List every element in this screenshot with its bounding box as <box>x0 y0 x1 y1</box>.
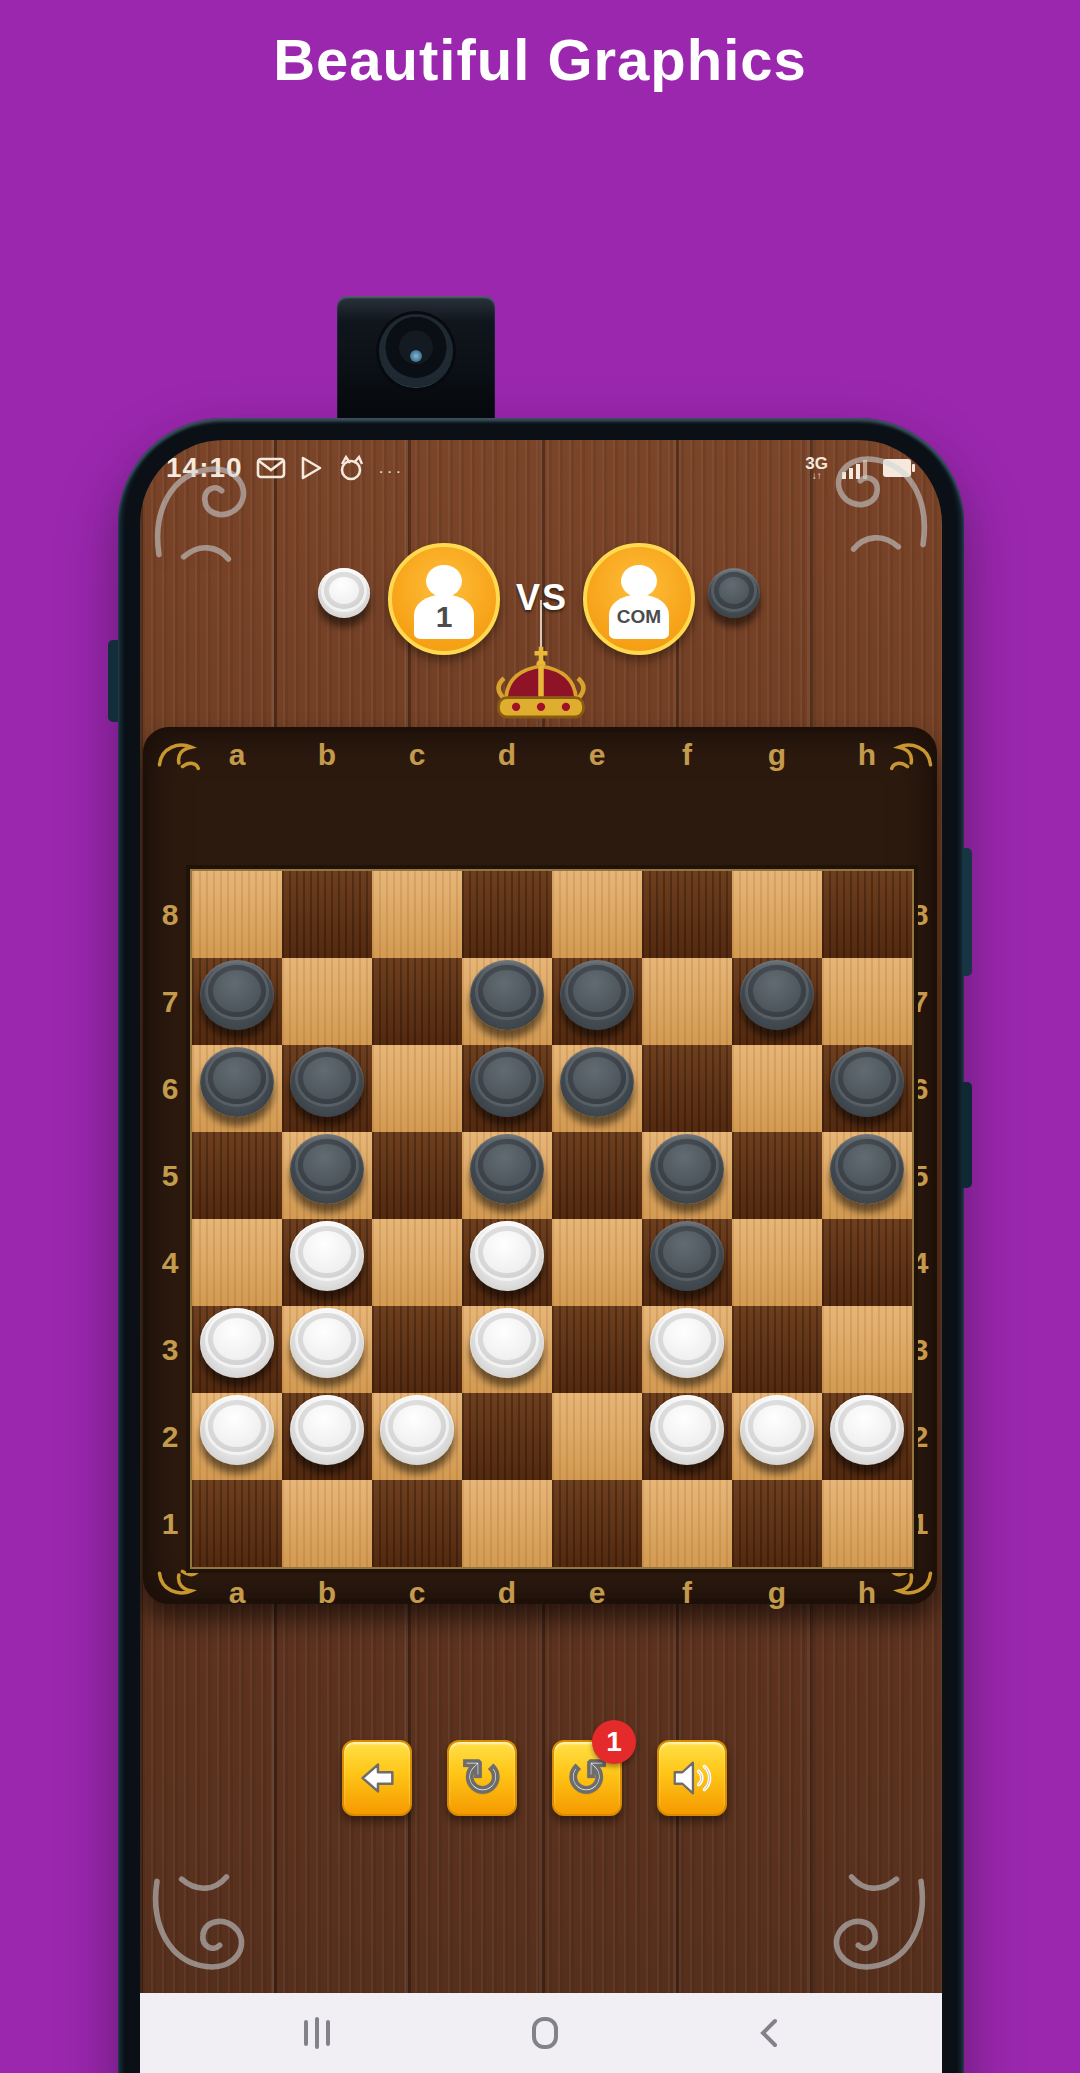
checker-black[interactable] <box>200 1047 274 1117</box>
square-f5[interactable] <box>642 1132 732 1219</box>
square-a1[interactable] <box>192 1480 282 1567</box>
rank-label-8: 8 <box>154 871 186 958</box>
square-c3[interactable] <box>372 1306 462 1393</box>
checker-white[interactable] <box>830 1395 904 1465</box>
square-d3[interactable] <box>462 1306 552 1393</box>
undo-button[interactable]: ↺ 1 <box>552 1740 622 1816</box>
square-g4[interactable] <box>732 1219 822 1306</box>
vs-label: VS <box>512 577 572 619</box>
person-icon <box>621 565 656 597</box>
filigree-ornament-top-right <box>820 446 932 558</box>
square-b3[interactable] <box>282 1306 372 1393</box>
checker-white[interactable] <box>650 1395 724 1465</box>
checker-white[interactable] <box>650 1308 724 1378</box>
square-c6[interactable] <box>372 1045 462 1132</box>
square-b5[interactable] <box>282 1132 372 1219</box>
notification-dots: ... <box>379 458 405 478</box>
checker-black[interactable] <box>740 960 814 1030</box>
square-h5[interactable] <box>822 1132 912 1219</box>
board-grid <box>192 871 912 1567</box>
checker-white[interactable] <box>200 1395 274 1465</box>
square-e7[interactable] <box>552 958 642 1045</box>
checker-black[interactable] <box>830 1047 904 1117</box>
checker-black[interactable] <box>290 1047 364 1117</box>
square-a5[interactable] <box>192 1132 282 1219</box>
square-h1[interactable] <box>822 1480 912 1567</box>
square-e1[interactable] <box>552 1480 642 1567</box>
square-g1[interactable] <box>732 1480 822 1567</box>
square-a7[interactable] <box>192 958 282 1045</box>
square-a8[interactable] <box>192 871 282 958</box>
square-g7[interactable] <box>732 958 822 1045</box>
file-label-h: h <box>822 738 912 772</box>
filigree-ornament-bottom-right <box>818 1868 930 1980</box>
square-c4[interactable] <box>372 1219 462 1306</box>
filigree-ornament-top-left <box>150 456 262 568</box>
square-f3[interactable] <box>642 1306 732 1393</box>
computer-label: COM <box>617 606 661 628</box>
square-c1[interactable] <box>372 1480 462 1567</box>
filigree-ornament-bottom-left <box>148 1868 260 1980</box>
square-e6[interactable] <box>552 1045 642 1132</box>
checker-black[interactable] <box>650 1134 724 1204</box>
checker-white[interactable] <box>380 1395 454 1465</box>
square-b6[interactable] <box>282 1045 372 1132</box>
file-label-f: f <box>642 1576 732 1610</box>
square-b2[interactable] <box>282 1393 372 1480</box>
sound-button[interactable] <box>657 1740 727 1816</box>
restart-button[interactable]: ↻ <box>447 1740 517 1816</box>
back-arrow-icon <box>354 1755 400 1801</box>
file-label-c: c <box>372 738 462 772</box>
square-d4[interactable] <box>462 1219 552 1306</box>
square-h2[interactable] <box>822 1393 912 1480</box>
file-label-h: h <box>822 1576 912 1610</box>
file-label-a: a <box>192 1576 282 1610</box>
square-g5[interactable] <box>732 1132 822 1219</box>
play-store-icon <box>299 455 323 481</box>
banner-title: Beautiful Graphics <box>0 26 1080 93</box>
checker-white[interactable] <box>200 1308 274 1378</box>
square-d2[interactable] <box>462 1393 552 1480</box>
square-c2[interactable] <box>372 1393 462 1480</box>
square-d6[interactable] <box>462 1045 552 1132</box>
person-icon <box>426 565 461 597</box>
checker-black[interactable] <box>470 1047 544 1117</box>
square-c8[interactable] <box>372 871 462 958</box>
popup-camera <box>337 296 495 436</box>
checker-black[interactable] <box>560 960 634 1030</box>
game-controls: ↻ ↺ 1 <box>140 1740 942 1830</box>
square-f7[interactable] <box>642 958 732 1045</box>
checker-black[interactable] <box>560 1047 634 1117</box>
checker-black[interactable] <box>830 1134 904 1204</box>
square-b4[interactable] <box>282 1219 372 1306</box>
file-label-f: f <box>642 738 732 772</box>
square-b1[interactable] <box>282 1480 372 1567</box>
power-button <box>962 1082 972 1188</box>
file-label-d: d <box>462 1576 552 1610</box>
black-player-checker <box>708 568 760 618</box>
square-e8[interactable] <box>552 871 642 958</box>
square-a6[interactable] <box>192 1045 282 1132</box>
promo-screenshot: Beautiful Graphics 14:10 ... <box>0 0 1080 2073</box>
back-nav-icon[interactable] <box>756 2016 782 2050</box>
square-e2[interactable] <box>552 1393 642 1480</box>
square-d8[interactable] <box>462 871 552 958</box>
speaker-icon <box>669 1755 715 1801</box>
rank-label-1: 1 <box>154 1480 186 1567</box>
white-player-checker <box>318 568 370 618</box>
square-a4[interactable] <box>192 1219 282 1306</box>
computer-avatar: COM <box>583 543 695 655</box>
undo-badge: 1 <box>592 1720 636 1764</box>
square-d5[interactable] <box>462 1132 552 1219</box>
checker-white[interactable] <box>290 1221 364 1291</box>
checker-black[interactable] <box>470 960 544 1030</box>
square-c7[interactable] <box>372 958 462 1045</box>
square-b7[interactable] <box>282 958 372 1045</box>
checker-white[interactable] <box>290 1308 364 1378</box>
square-a2[interactable] <box>192 1393 282 1480</box>
square-b8[interactable] <box>282 871 372 958</box>
square-f8[interactable] <box>642 871 732 958</box>
back-button[interactable] <box>342 1740 412 1816</box>
file-label-e: e <box>552 738 642 772</box>
checker-black[interactable] <box>470 1134 544 1204</box>
file-label-e: e <box>552 1576 642 1610</box>
rank-label-5: 5 <box>154 1132 186 1219</box>
square-g3[interactable] <box>732 1306 822 1393</box>
square-c5[interactable] <box>372 1132 462 1219</box>
phone-screen: 14:10 ... 3G ↓↑ <box>140 440 942 2073</box>
square-h4[interactable] <box>822 1219 912 1306</box>
square-f6[interactable] <box>642 1045 732 1132</box>
square-e3[interactable] <box>552 1306 642 1393</box>
square-f4[interactable] <box>642 1219 732 1306</box>
file-label-b: b <box>282 738 372 772</box>
file-label-a: a <box>192 738 282 772</box>
square-d7[interactable] <box>462 958 552 1045</box>
player-one-avatar: 1 <box>388 543 500 655</box>
square-g2[interactable] <box>732 1393 822 1480</box>
square-f2[interactable] <box>642 1393 732 1480</box>
file-label-c: c <box>372 1576 462 1610</box>
rank-label-6: 6 <box>154 1045 186 1132</box>
rank-label-4: 4 <box>154 1219 186 1306</box>
rank-label-3: 3 <box>154 1306 186 1393</box>
camera-lens-icon <box>379 314 453 388</box>
checker-white[interactable] <box>470 1308 544 1378</box>
checker-black[interactable] <box>290 1134 364 1204</box>
square-h3[interactable] <box>822 1306 912 1393</box>
file-label-b: b <box>282 1576 372 1610</box>
file-label-g: g <box>732 738 822 772</box>
checker-white[interactable] <box>290 1395 364 1465</box>
sim-tray-button <box>108 640 118 722</box>
android-nav-bar <box>140 1993 942 2073</box>
square-g8[interactable] <box>732 871 822 958</box>
recents-nav-icon[interactable] <box>300 2016 334 2050</box>
square-d1[interactable] <box>462 1480 552 1567</box>
checker-white[interactable] <box>740 1395 814 1465</box>
player-one-label: 1 <box>436 600 453 634</box>
square-f1[interactable] <box>642 1480 732 1567</box>
square-h8[interactable] <box>822 871 912 958</box>
square-h7[interactable] <box>822 958 912 1045</box>
checker-white[interactable] <box>470 1221 544 1291</box>
square-h6[interactable] <box>822 1045 912 1132</box>
square-g6[interactable] <box>732 1045 822 1132</box>
square-a3[interactable] <box>192 1306 282 1393</box>
rank-label-7: 7 <box>154 958 186 1045</box>
square-e4[interactable] <box>552 1219 642 1306</box>
checker-black[interactable] <box>200 960 274 1030</box>
volume-button <box>962 848 972 976</box>
square-e5[interactable] <box>552 1132 642 1219</box>
checkers-board: abcdefgh abcdefgh 87654321 87654321 <box>143 727 937 1604</box>
file-label-d: d <box>462 738 552 772</box>
game-app-icon <box>336 455 366 481</box>
home-nav-icon[interactable] <box>530 2015 560 2051</box>
checker-black[interactable] <box>650 1221 724 1291</box>
rank-label-2: 2 <box>154 1393 186 1480</box>
restart-icon: ↻ <box>461 1753 503 1803</box>
file-label-g: g <box>732 1576 822 1610</box>
